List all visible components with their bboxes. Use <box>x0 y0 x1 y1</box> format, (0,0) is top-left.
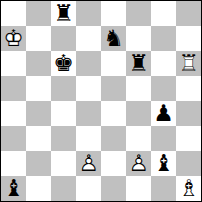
square-a3[interactable] <box>1 126 26 151</box>
square-d3[interactable] <box>76 126 101 151</box>
black-rook[interactable]: ♜ <box>51 1 76 26</box>
square-d5[interactable] <box>76 76 101 101</box>
white-pawn[interactable]: ♟♙ <box>76 151 101 176</box>
square-h4[interactable] <box>176 101 201 126</box>
white-pawn[interactable]: ♟♙ <box>126 151 151 176</box>
black-pawn[interactable]: ♟ <box>151 101 176 126</box>
square-a4[interactable] <box>1 101 26 126</box>
square-e8[interactable] <box>101 1 126 26</box>
square-d7[interactable] <box>76 26 101 51</box>
square-f1[interactable] <box>126 176 151 201</box>
white-bishop-glyph: ♗ <box>176 176 201 201</box>
square-f7[interactable] <box>126 26 151 51</box>
square-b8[interactable] <box>26 1 51 26</box>
square-d1[interactable] <box>76 176 101 201</box>
square-g7[interactable] <box>151 26 176 51</box>
square-a6[interactable] <box>1 51 26 76</box>
square-g1[interactable] <box>151 176 176 201</box>
square-a7[interactable]: ♚♔ <box>1 26 26 51</box>
square-b7[interactable] <box>26 26 51 51</box>
white-king[interactable]: ♚♔ <box>1 26 26 51</box>
square-g4[interactable]: ♟ <box>151 101 176 126</box>
square-b3[interactable] <box>26 126 51 151</box>
black-rook[interactable]: ♜ <box>126 51 151 76</box>
square-h6[interactable]: ♜♖ <box>176 51 201 76</box>
square-b1[interactable] <box>26 176 51 201</box>
square-e7[interactable]: ♞ <box>101 26 126 51</box>
square-c5[interactable] <box>51 76 76 101</box>
square-f5[interactable] <box>126 76 151 101</box>
square-b4[interactable] <box>26 101 51 126</box>
square-c3[interactable] <box>51 126 76 151</box>
square-g2[interactable]: ♝ <box>151 151 176 176</box>
square-g3[interactable] <box>151 126 176 151</box>
white-bishop[interactable]: ♝♗ <box>176 176 201 201</box>
square-h1[interactable]: ♝♗ <box>176 176 201 201</box>
square-h2[interactable] <box>176 151 201 176</box>
square-f3[interactable] <box>126 126 151 151</box>
square-f8[interactable] <box>126 1 151 26</box>
square-b5[interactable] <box>26 76 51 101</box>
square-g5[interactable] <box>151 76 176 101</box>
white-king-glyph: ♔ <box>1 26 26 51</box>
square-d6[interactable] <box>76 51 101 76</box>
square-c4[interactable] <box>51 101 76 126</box>
square-c2[interactable] <box>51 151 76 176</box>
square-c8[interactable]: ♜ <box>51 1 76 26</box>
white-pawn-glyph: ♙ <box>76 151 101 176</box>
square-e6[interactable] <box>101 51 126 76</box>
black-rook-glyph: ♜ <box>51 1 76 26</box>
square-e5[interactable] <box>101 76 126 101</box>
square-g6[interactable] <box>151 51 176 76</box>
square-a1[interactable]: ♝ <box>1 176 26 201</box>
white-rook-glyph: ♖ <box>176 51 201 76</box>
black-king[interactable]: ♚ <box>51 51 76 76</box>
square-b2[interactable] <box>26 151 51 176</box>
black-bishop-glyph: ♝ <box>1 176 26 201</box>
square-c1[interactable] <box>51 176 76 201</box>
black-rook-glyph: ♜ <box>126 51 151 76</box>
square-e4[interactable] <box>101 101 126 126</box>
square-h3[interactable] <box>176 126 201 151</box>
square-e3[interactable] <box>101 126 126 151</box>
black-knight-glyph: ♞ <box>101 26 126 51</box>
black-bishop[interactable]: ♝ <box>1 176 26 201</box>
square-g8[interactable] <box>151 1 176 26</box>
square-f6[interactable]: ♜ <box>126 51 151 76</box>
black-bishop[interactable]: ♝ <box>151 151 176 176</box>
square-a5[interactable] <box>1 76 26 101</box>
square-h8[interactable] <box>176 1 201 26</box>
black-knight[interactable]: ♞ <box>101 26 126 51</box>
white-rook[interactable]: ♜♖ <box>176 51 201 76</box>
black-bishop-glyph: ♝ <box>151 151 176 176</box>
square-h5[interactable] <box>176 76 201 101</box>
square-d2[interactable]: ♟♙ <box>76 151 101 176</box>
square-a8[interactable] <box>1 1 26 26</box>
chess-board: ♜♚♔♞♚♜♜♖♟♟♙♟♙♝♝♝♗ <box>0 0 202 202</box>
square-f2[interactable]: ♟♙ <box>126 151 151 176</box>
square-b6[interactable] <box>26 51 51 76</box>
black-pawn-glyph: ♟ <box>151 101 176 126</box>
square-a2[interactable] <box>1 151 26 176</box>
square-f4[interactable] <box>126 101 151 126</box>
square-h7[interactable] <box>176 26 201 51</box>
white-pawn-glyph: ♙ <box>126 151 151 176</box>
square-e1[interactable] <box>101 176 126 201</box>
square-c7[interactable] <box>51 26 76 51</box>
square-d4[interactable] <box>76 101 101 126</box>
black-king-glyph: ♚ <box>51 51 76 76</box>
square-d8[interactable] <box>76 1 101 26</box>
square-c6[interactable]: ♚ <box>51 51 76 76</box>
square-e2[interactable] <box>101 151 126 176</box>
